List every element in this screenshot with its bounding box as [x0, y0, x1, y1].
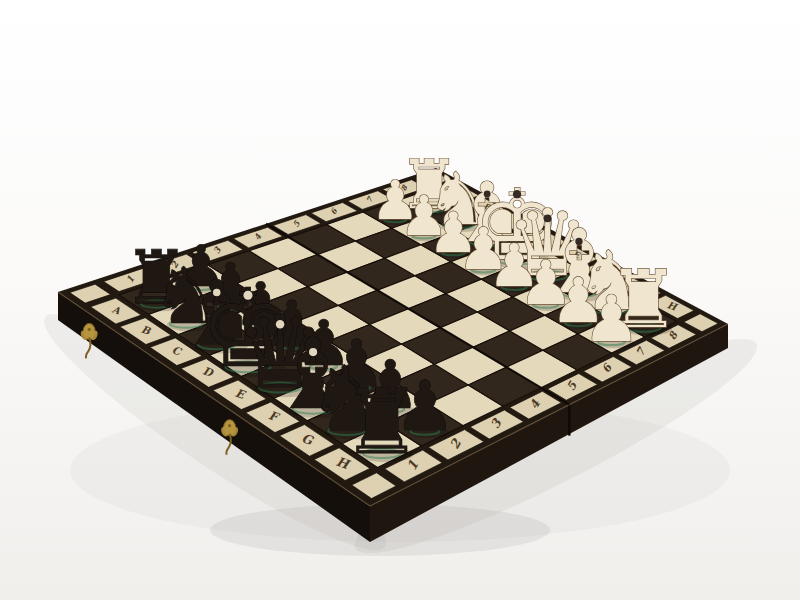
piece-white-pawn-h7: ♟ — [583, 282, 640, 356]
chess-board: AABBCCDDEEFFGGHH1122334455667788♜♟♞♟♝♟♚♟… — [0, 0, 800, 600]
piece-black-rook-h1: ♜ — [342, 369, 423, 474]
product-photo-stage: AABBCCDDEEFFGGHH1122334455667788♜♟♞♟♝♟♚♟… — [0, 0, 800, 600]
